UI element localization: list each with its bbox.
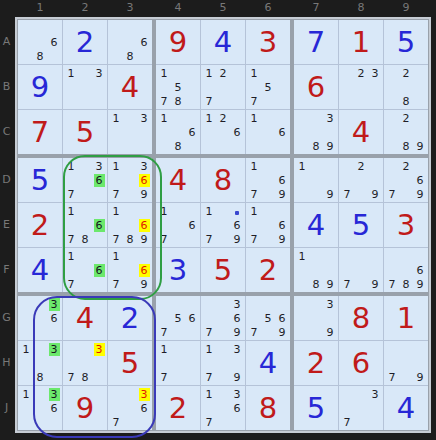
empty-slot bbox=[123, 387, 137, 401]
cell-G5[interactable]: 3679 bbox=[201, 296, 245, 340]
cell-H4[interactable]: 17 bbox=[156, 341, 200, 385]
cell-C9[interactable]: 289 bbox=[384, 110, 428, 154]
cell-B5[interactable]: 127 bbox=[201, 65, 245, 109]
candidate-3-yellow-highlight: 3 bbox=[139, 388, 150, 401]
empty-slot bbox=[309, 159, 323, 173]
empty-slot bbox=[368, 263, 382, 277]
solved-digit-4: 4 bbox=[214, 28, 232, 57]
row-label-H: H bbox=[0, 356, 13, 370]
candidate-slot-1: 1 bbox=[64, 159, 78, 173]
candidate-7: 7 bbox=[387, 278, 398, 291]
cell-B9[interactable]: 28 bbox=[384, 65, 428, 109]
candidate-slot-2: 2 bbox=[399, 66, 413, 80]
candidate-slot-1: 1 bbox=[202, 342, 216, 356]
empty-slot bbox=[202, 356, 216, 370]
candidate-5: 5 bbox=[263, 81, 274, 94]
cell-J9[interactable]: 4 bbox=[384, 386, 428, 430]
candidate-slot-2: 2 bbox=[216, 111, 230, 125]
empty-slot bbox=[385, 125, 399, 139]
cell-A7[interactable]: 7 bbox=[294, 20, 338, 64]
candidate-1: 1 bbox=[249, 67, 260, 80]
cell-C4[interactable]: 168 bbox=[156, 110, 200, 154]
empty-slot bbox=[399, 187, 413, 201]
empty-slot bbox=[309, 297, 323, 311]
candidate-6: 6 bbox=[139, 402, 150, 415]
empty-slot bbox=[354, 94, 368, 108]
empty-slot bbox=[323, 125, 337, 139]
cell-H6[interactable]: 4 bbox=[246, 341, 290, 385]
candidate-slot-7: 7 bbox=[64, 370, 78, 384]
candidate-5: 5 bbox=[263, 312, 274, 325]
candidate-6: 6 bbox=[277, 174, 288, 187]
col-label-7: 7 bbox=[306, 1, 326, 15]
candidate-7: 7 bbox=[249, 233, 260, 246]
pencilmarks: 1367 bbox=[64, 159, 106, 201]
empty-slot bbox=[354, 401, 368, 415]
empty-slot bbox=[33, 297, 47, 311]
empty-slot bbox=[275, 139, 289, 153]
empty-slot bbox=[261, 125, 275, 139]
pencilmarks: 19 bbox=[295, 159, 337, 201]
cell-A4[interactable]: 9 bbox=[156, 20, 200, 64]
candidate-6-yellow-highlight: 6 bbox=[139, 219, 150, 232]
cell-E1[interactable]: 2 bbox=[18, 203, 62, 247]
empty-slot bbox=[19, 35, 33, 49]
row-label-J: J bbox=[0, 401, 13, 415]
cell-J8[interactable]: 37 bbox=[339, 386, 383, 430]
cell-C2[interactable]: 5 bbox=[63, 110, 107, 154]
pencilmarks: 367 bbox=[109, 387, 151, 429]
candidate-1: 1 bbox=[204, 67, 215, 80]
cell-H7[interactable]: 2 bbox=[294, 341, 338, 385]
given-digit-2: 2 bbox=[259, 256, 277, 285]
candidate-slot-7: 7 bbox=[109, 415, 123, 429]
empty-slot bbox=[323, 159, 337, 173]
candidate-7: 7 bbox=[387, 188, 398, 201]
empty-slot bbox=[109, 125, 123, 139]
candidate-slot-7: 7 bbox=[247, 325, 261, 339]
empty-slot bbox=[413, 159, 427, 173]
pencilmarks: 39 bbox=[295, 297, 337, 339]
cell-B2[interactable]: 13 bbox=[63, 65, 107, 109]
cell-A5[interactable]: 4 bbox=[201, 20, 245, 64]
candidate-slot-1: 1 bbox=[247, 111, 261, 125]
empty-slot bbox=[275, 159, 289, 173]
cell-G2[interactable]: 4 bbox=[63, 296, 107, 340]
empty-slot bbox=[137, 415, 151, 429]
candidate-slot-3: 3 bbox=[137, 111, 151, 125]
empty-slot bbox=[78, 173, 92, 187]
candidate-slot-9: 9 bbox=[368, 187, 382, 201]
cell-F9[interactable]: 6789 bbox=[384, 248, 428, 292]
empty-slot bbox=[323, 173, 337, 187]
empty-slot bbox=[385, 173, 399, 187]
cell-A8[interactable]: 1 bbox=[339, 20, 383, 64]
cell-D7[interactable]: 19 bbox=[294, 158, 338, 202]
empty-slot bbox=[185, 370, 199, 384]
cell-D1[interactable]: 5 bbox=[18, 158, 62, 202]
cell-F7[interactable]: 189 bbox=[294, 248, 338, 292]
candidate-slot-9: 9 bbox=[413, 277, 427, 291]
cell-D4[interactable]: 4 bbox=[156, 158, 200, 202]
candidate-slot-7: 7 bbox=[385, 277, 399, 291]
cell-G4[interactable]: 567 bbox=[156, 296, 200, 340]
candidate-slot-6: 6 bbox=[137, 35, 151, 49]
cell-A6[interactable]: 3 bbox=[246, 20, 290, 64]
cell-J6[interactable]: 8 bbox=[246, 386, 290, 430]
empty-slot bbox=[202, 125, 216, 139]
candidate-7: 7 bbox=[159, 326, 170, 339]
candidate-slot-1: 1 bbox=[295, 249, 309, 263]
candidate-slot-6: 6 bbox=[275, 311, 289, 325]
cell-F8[interactable]: 79 bbox=[339, 248, 383, 292]
candidate-6: 6 bbox=[232, 219, 243, 232]
cell-F5[interactable]: 5 bbox=[201, 248, 245, 292]
pencilmarks: 16 bbox=[247, 111, 289, 153]
solved-digit-9: 9 bbox=[31, 73, 49, 102]
pencilmarks: 37 bbox=[340, 387, 382, 429]
pencilmarks: 3679 bbox=[202, 297, 244, 339]
candidate-slot-6: 6 bbox=[230, 218, 244, 232]
cell-E9[interactable]: 3 bbox=[384, 203, 428, 247]
candidate-slot-3 bbox=[230, 204, 244, 218]
cell-D3[interactable]: 13679 bbox=[108, 158, 152, 202]
empty-slot bbox=[275, 66, 289, 80]
given-digit-8: 8 bbox=[259, 394, 277, 423]
candidate-8: 8 bbox=[173, 95, 184, 108]
empty-slot bbox=[123, 401, 137, 415]
candidate-7: 7 bbox=[342, 278, 353, 291]
empty-slot bbox=[399, 263, 413, 277]
cell-E6[interactable]: 1679 bbox=[246, 203, 290, 247]
empty-slot bbox=[19, 49, 33, 63]
cell-A3[interactable]: 68 bbox=[108, 20, 152, 64]
cell-D5[interactable]: 8 bbox=[201, 158, 245, 202]
pencilmarks: 68 bbox=[109, 21, 151, 63]
empty-slot bbox=[157, 139, 171, 153]
candidate-slot-8: 8 bbox=[78, 370, 92, 384]
empty-slot bbox=[295, 277, 309, 291]
candidate-slot-7: 7 bbox=[340, 187, 354, 201]
candidate-slot-1: 1 bbox=[157, 66, 171, 80]
cell-H5[interactable]: 1379 bbox=[201, 341, 245, 385]
cell-C1[interactable]: 7 bbox=[18, 110, 62, 154]
candidate-slot-1: 1 bbox=[19, 387, 33, 401]
empty-slot bbox=[354, 173, 368, 187]
empty-slot bbox=[137, 21, 151, 35]
cell-C8[interactable]: 4 bbox=[339, 110, 383, 154]
candidate-7: 7 bbox=[249, 95, 260, 108]
row-label-E: E bbox=[0, 218, 13, 232]
candidate-1: 1 bbox=[66, 160, 77, 173]
candidate-3: 3 bbox=[139, 160, 150, 173]
cell-H3[interactable]: 5 bbox=[108, 341, 152, 385]
cell-E3[interactable]: 16789 bbox=[108, 203, 152, 247]
col-label-8: 8 bbox=[351, 1, 371, 15]
pencilmarks: 279 bbox=[340, 159, 382, 201]
candidate-7: 7 bbox=[66, 233, 77, 246]
cell-F6[interactable]: 2 bbox=[246, 248, 290, 292]
solved-digit-7: 7 bbox=[307, 28, 325, 57]
pencilmarks: 13 bbox=[109, 111, 151, 153]
box-4: 5136713679216781678941671679 bbox=[17, 157, 153, 293]
candidate-1: 1 bbox=[111, 112, 122, 125]
candidate-slot-6: 6 bbox=[230, 401, 244, 415]
candidate-7: 7 bbox=[111, 233, 122, 246]
cell-E2[interactable]: 1678 bbox=[63, 203, 107, 247]
empty-slot bbox=[368, 94, 382, 108]
candidate-3: 3 bbox=[325, 112, 336, 125]
empty-slot bbox=[385, 66, 399, 80]
cell-E8[interactable]: 5 bbox=[339, 203, 383, 247]
empty-slot bbox=[275, 204, 289, 218]
empty-slot bbox=[309, 249, 323, 263]
empty-slot bbox=[216, 325, 230, 339]
cell-G7[interactable]: 39 bbox=[294, 296, 338, 340]
empty-slot bbox=[323, 263, 337, 277]
cell-G9[interactable]: 1 bbox=[384, 296, 428, 340]
cell-B7[interactable]: 6 bbox=[294, 65, 338, 109]
candidate-1: 1 bbox=[111, 205, 122, 218]
empty-slot bbox=[92, 204, 106, 218]
cell-H8[interactable]: 6 bbox=[339, 341, 383, 385]
empty-slot bbox=[157, 80, 171, 94]
empty-slot bbox=[295, 311, 309, 325]
cell-F2[interactable]: 167 bbox=[63, 248, 107, 292]
empty-slot bbox=[109, 49, 123, 63]
empty-slot bbox=[368, 249, 382, 263]
empty-slot bbox=[78, 159, 92, 173]
cell-E4[interactable]: 167 bbox=[156, 203, 200, 247]
empty-slot bbox=[413, 66, 427, 80]
candidate-slot-9: 9 bbox=[137, 277, 151, 291]
cell-D9[interactable]: 2679 bbox=[384, 158, 428, 202]
cell-J1[interactable]: 136 bbox=[18, 386, 62, 430]
pencilmarks: 138 bbox=[19, 342, 61, 384]
candidate-3: 3 bbox=[232, 343, 243, 356]
candidate-5: 5 bbox=[173, 81, 184, 94]
empty-slot bbox=[92, 356, 106, 370]
empty-slot bbox=[64, 80, 78, 94]
pencilmarks: 167 bbox=[64, 249, 106, 291]
candidate-slot-3: 3 bbox=[47, 342, 61, 356]
candidate-slot-2: 2 bbox=[354, 159, 368, 173]
pencilmarks: 389 bbox=[295, 111, 337, 153]
pencilmarks: 79 bbox=[340, 249, 382, 291]
candidate-9: 9 bbox=[232, 326, 243, 339]
empty-slot bbox=[92, 94, 106, 108]
given-digit-3: 3 bbox=[397, 211, 415, 240]
cell-C5[interactable]: 126 bbox=[201, 110, 245, 154]
cell-G8[interactable]: 8 bbox=[339, 296, 383, 340]
cell-D6[interactable]: 1679 bbox=[246, 158, 290, 202]
candidate-slot-7: 7 bbox=[247, 187, 261, 201]
cell-C6[interactable]: 16 bbox=[246, 110, 290, 154]
cell-B1[interactable]: 9 bbox=[18, 65, 62, 109]
candidate-slot-6: 6 bbox=[185, 311, 199, 325]
empty-slot bbox=[295, 173, 309, 187]
empty-slot bbox=[216, 387, 230, 401]
col-label-2: 2 bbox=[75, 1, 95, 15]
candidate-3: 3 bbox=[232, 388, 243, 401]
candidate-1: 1 bbox=[204, 343, 215, 356]
empty-slot bbox=[295, 125, 309, 139]
empty-slot bbox=[92, 232, 106, 246]
cell-A2[interactable]: 2 bbox=[63, 20, 107, 64]
candidate-slot-7: 7 bbox=[247, 232, 261, 246]
candidate-8: 8 bbox=[125, 50, 136, 63]
cell-D2[interactable]: 1367 bbox=[63, 158, 107, 202]
candidate-1: 1 bbox=[159, 205, 170, 218]
candidate-slot-7: 7 bbox=[202, 94, 216, 108]
empty-slot bbox=[33, 21, 47, 35]
empty-slot bbox=[123, 173, 137, 187]
empty-slot bbox=[123, 139, 137, 153]
empty-slot bbox=[171, 125, 185, 139]
empty-slot bbox=[261, 325, 275, 339]
empty-slot bbox=[216, 232, 230, 246]
given-digit-9: 9 bbox=[76, 394, 94, 423]
empty-slot bbox=[185, 232, 199, 246]
empty-slot bbox=[261, 232, 275, 246]
candidate-slot-7: 7 bbox=[109, 277, 123, 291]
col-label-3: 3 bbox=[120, 1, 140, 15]
candidate-slot-9: 9 bbox=[368, 277, 382, 291]
candidate-slot-1: 1 bbox=[109, 159, 123, 173]
cell-C7[interactable]: 389 bbox=[294, 110, 338, 154]
cell-A1[interactable]: 68 bbox=[18, 20, 62, 64]
pencilmarks: 1679 bbox=[247, 204, 289, 246]
empty-slot bbox=[216, 415, 230, 429]
empty-slot bbox=[247, 125, 261, 139]
given-digit-9: 9 bbox=[169, 28, 187, 57]
cell-A9[interactable]: 5 bbox=[384, 20, 428, 64]
cell-J4[interactable]: 2 bbox=[156, 386, 200, 430]
candidate-9: 9 bbox=[415, 278, 426, 291]
cell-C3[interactable]: 13 bbox=[108, 110, 152, 154]
empty-slot bbox=[78, 187, 92, 201]
candidate-slot-1: 1 bbox=[157, 111, 171, 125]
cell-G6[interactable]: 5679 bbox=[246, 296, 290, 340]
cell-B6[interactable]: 157 bbox=[246, 65, 290, 109]
cell-B3[interactable]: 4 bbox=[108, 65, 152, 109]
empty-slot bbox=[295, 325, 309, 339]
candidate-9: 9 bbox=[277, 233, 288, 246]
pencilmarks: 289 bbox=[385, 111, 427, 153]
cell-J3[interactable]: 367 bbox=[108, 386, 152, 430]
cell-J2[interactable]: 9 bbox=[63, 386, 107, 430]
empty-slot bbox=[123, 249, 137, 263]
cell-G1[interactable]: 36 bbox=[18, 296, 62, 340]
empty-slot bbox=[123, 415, 137, 429]
empty-slot bbox=[261, 218, 275, 232]
cell-B8[interactable]: 23 bbox=[339, 65, 383, 109]
candidate-slot-7: 7 bbox=[247, 94, 261, 108]
candidate-slot-9: 9 bbox=[323, 187, 337, 201]
pencilmarks: 1578 bbox=[157, 66, 199, 108]
empty-slot bbox=[19, 401, 33, 415]
cell-E5[interactable]: 1679 bbox=[201, 203, 245, 247]
candidate-6: 6 bbox=[277, 219, 288, 232]
candidate-6: 6 bbox=[49, 402, 60, 415]
candidate-8: 8 bbox=[80, 233, 91, 246]
candidate-8: 8 bbox=[311, 140, 322, 153]
given-digit-7: 7 bbox=[31, 118, 49, 147]
cell-F1[interactable]: 4 bbox=[18, 248, 62, 292]
candidate-slot-6: 6 bbox=[275, 218, 289, 232]
given-digit-5: 5 bbox=[76, 118, 94, 147]
candidate-3: 3 bbox=[232, 298, 243, 311]
solved-digit-5: 5 bbox=[307, 394, 325, 423]
empty-slot bbox=[354, 387, 368, 401]
pencilmarks: 1367 bbox=[202, 387, 244, 429]
candidate-slot-9: 9 bbox=[323, 325, 337, 339]
empty-slot bbox=[340, 249, 354, 263]
given-digit-2: 2 bbox=[307, 349, 325, 378]
candidate-9: 9 bbox=[325, 278, 336, 291]
candidate-9: 9 bbox=[415, 140, 426, 153]
cell-J5[interactable]: 1367 bbox=[201, 386, 245, 430]
cell-H1[interactable]: 138 bbox=[18, 341, 62, 385]
empty-slot bbox=[230, 80, 244, 94]
cell-G3[interactable]: 2 bbox=[108, 296, 152, 340]
candidate-6-yellow-highlight: 6 bbox=[139, 174, 150, 187]
candidate-6-green-highlight: 6 bbox=[94, 174, 105, 187]
empty-slot bbox=[216, 342, 230, 356]
candidate-1: 1 bbox=[249, 205, 260, 218]
solved-digit-3: 3 bbox=[169, 256, 187, 285]
empty-slot bbox=[385, 342, 399, 356]
candidate-slot-7: 7 bbox=[385, 187, 399, 201]
pencilmarks: 126 bbox=[202, 111, 244, 153]
candidate-1: 1 bbox=[21, 388, 32, 401]
empty-slot bbox=[33, 311, 47, 325]
cell-H9[interactable]: 79 bbox=[384, 341, 428, 385]
cell-H2[interactable]: 378 bbox=[63, 341, 107, 385]
empty-slot bbox=[171, 111, 185, 125]
empty-slot bbox=[202, 311, 216, 325]
candidate-slot-3: 3 bbox=[368, 66, 382, 80]
solved-digit-4: 4 bbox=[307, 211, 325, 240]
cell-F3[interactable]: 1679 bbox=[108, 248, 152, 292]
cell-J7[interactable]: 5 bbox=[294, 386, 338, 430]
box-8: 567367956791713794213678 bbox=[155, 295, 291, 431]
empty-slot bbox=[78, 66, 92, 80]
cell-F4[interactable]: 3 bbox=[156, 248, 200, 292]
candidate-3-green-highlight: 3 bbox=[49, 298, 60, 311]
given-digit-4: 4 bbox=[76, 304, 94, 333]
empty-slot bbox=[295, 263, 309, 277]
candidate-9: 9 bbox=[415, 371, 426, 384]
candidate-slot-7: 7 bbox=[64, 232, 78, 246]
given-digit-4: 4 bbox=[352, 118, 370, 147]
cell-D8[interactable]: 279 bbox=[339, 158, 383, 202]
cell-B4[interactable]: 1578 bbox=[156, 65, 200, 109]
candidate-3: 3 bbox=[94, 67, 105, 80]
empty-slot bbox=[78, 277, 92, 291]
pencilmarks: 167 bbox=[157, 204, 199, 246]
empty-slot bbox=[185, 204, 199, 218]
candidate-1: 1 bbox=[66, 250, 77, 263]
cell-E7[interactable]: 4 bbox=[294, 203, 338, 247]
pencilmarks: 1679 bbox=[247, 159, 289, 201]
empty-slot bbox=[309, 173, 323, 187]
empty-slot bbox=[19, 325, 33, 339]
empty-slot bbox=[33, 35, 47, 49]
candidate-6: 6 bbox=[187, 126, 198, 139]
pencilmarks: 1379 bbox=[202, 342, 244, 384]
candidate-9: 9 bbox=[277, 188, 288, 201]
